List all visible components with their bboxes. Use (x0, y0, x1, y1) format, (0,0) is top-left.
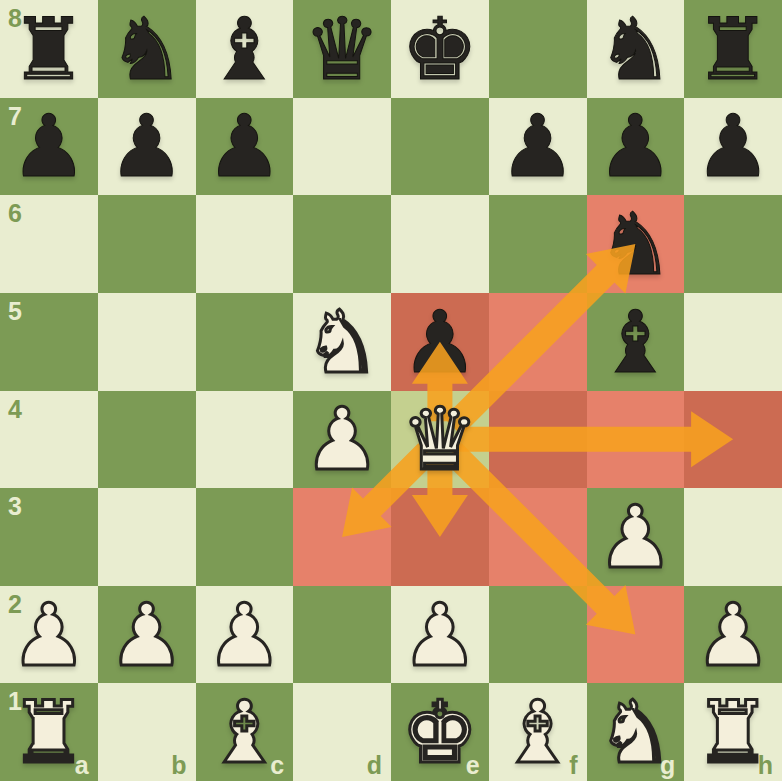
square-g1[interactable]: g♞ (587, 683, 685, 781)
square-g8[interactable]: ♞ (587, 0, 685, 98)
piece-white-bishop-f1[interactable]: ♝ (489, 683, 587, 781)
square-d1[interactable]: d (293, 683, 391, 781)
rank-label-5: 5 (8, 297, 22, 326)
square-a5[interactable]: 5 (0, 293, 98, 391)
piece-black-pawn-h7[interactable]: ♟ (684, 98, 782, 196)
square-e4[interactable]: ♛ (391, 391, 489, 489)
square-c1[interactable]: c♝ (196, 683, 294, 781)
piece-black-knight-g8[interactable]: ♞ (587, 0, 685, 98)
piece-white-bishop-c1[interactable]: ♝ (196, 683, 294, 781)
piece-white-pawn-g3[interactable]: ♟ (587, 488, 685, 586)
piece-black-knight-b8[interactable]: ♞ (98, 0, 196, 98)
piece-white-queen-e4[interactable]: ♛ (391, 391, 489, 489)
square-b6[interactable] (98, 195, 196, 293)
piece-white-pawn-b2[interactable]: ♟ (98, 586, 196, 684)
square-c8[interactable]: ♝ (196, 0, 294, 98)
square-a1[interactable]: 1a♜ (0, 683, 98, 781)
square-b4[interactable] (98, 391, 196, 489)
square-h4[interactable] (684, 391, 782, 489)
piece-black-rook-a8[interactable]: ♜ (0, 0, 98, 98)
file-label-d: d (367, 751, 382, 780)
square-h8[interactable]: ♜ (684, 0, 782, 98)
square-a3[interactable]: 3 (0, 488, 98, 586)
square-d4[interactable]: ♟ (293, 391, 391, 489)
piece-white-pawn-e2[interactable]: ♟ (391, 586, 489, 684)
square-d3[interactable] (293, 488, 391, 586)
square-a6[interactable]: 6 (0, 195, 98, 293)
square-b8[interactable]: ♞ (98, 0, 196, 98)
rank-label-6: 6 (8, 199, 22, 228)
square-h6[interactable] (684, 195, 782, 293)
piece-black-pawn-e5[interactable]: ♟ (391, 293, 489, 391)
piece-black-rook-h8[interactable]: ♜ (684, 0, 782, 98)
square-a4[interactable]: 4 (0, 391, 98, 489)
rank-label-3: 3 (8, 492, 22, 521)
piece-white-pawn-h2[interactable]: ♟ (684, 586, 782, 684)
chessboard-container: 8♜♞♝♛♚♞♜7♟♟♟♟♟♟6♞5♞♟♝4♟♛3♟2♟♟♟♟♟1a♜bc♝de… (0, 0, 782, 781)
square-f8[interactable] (489, 0, 587, 98)
square-c5[interactable] (196, 293, 294, 391)
square-h1[interactable]: h♜ (684, 683, 782, 781)
square-f2[interactable] (489, 586, 587, 684)
square-c3[interactable] (196, 488, 294, 586)
piece-black-bishop-c8[interactable]: ♝ (196, 0, 294, 98)
square-c7[interactable]: ♟ (196, 98, 294, 196)
square-f7[interactable]: ♟ (489, 98, 587, 196)
square-b5[interactable] (98, 293, 196, 391)
square-h5[interactable] (684, 293, 782, 391)
square-g6[interactable]: ♞ (587, 195, 685, 293)
chess-board: 8♜♞♝♛♚♞♜7♟♟♟♟♟♟6♞5♞♟♝4♟♛3♟2♟♟♟♟♟1a♜bc♝de… (0, 0, 782, 781)
square-d6[interactable] (293, 195, 391, 293)
square-g5[interactable]: ♝ (587, 293, 685, 391)
square-c2[interactable]: ♟ (196, 586, 294, 684)
square-h7[interactable]: ♟ (684, 98, 782, 196)
piece-black-king-e8[interactable]: ♚ (391, 0, 489, 98)
square-d5[interactable]: ♞ (293, 293, 391, 391)
square-d7[interactable] (293, 98, 391, 196)
square-b3[interactable] (98, 488, 196, 586)
square-f3[interactable] (489, 488, 587, 586)
piece-black-pawn-a7[interactable]: ♟ (0, 98, 98, 196)
square-g3[interactable]: ♟ (587, 488, 685, 586)
piece-black-pawn-c7[interactable]: ♟ (196, 98, 294, 196)
square-d8[interactable]: ♛ (293, 0, 391, 98)
piece-black-pawn-g7[interactable]: ♟ (587, 98, 685, 196)
square-a8[interactable]: 8♜ (0, 0, 98, 98)
square-e1[interactable]: e♚ (391, 683, 489, 781)
square-g4[interactable] (587, 391, 685, 489)
piece-white-pawn-c2[interactable]: ♟ (196, 586, 294, 684)
square-e2[interactable]: ♟ (391, 586, 489, 684)
square-b7[interactable]: ♟ (98, 98, 196, 196)
square-b1[interactable]: b (98, 683, 196, 781)
square-h2[interactable]: ♟ (684, 586, 782, 684)
square-f5[interactable] (489, 293, 587, 391)
square-e8[interactable]: ♚ (391, 0, 489, 98)
square-h3[interactable] (684, 488, 782, 586)
piece-white-knight-g1[interactable]: ♞ (587, 683, 685, 781)
square-a2[interactable]: 2♟ (0, 586, 98, 684)
piece-black-bishop-g5[interactable]: ♝ (587, 293, 685, 391)
square-d2[interactable] (293, 586, 391, 684)
square-g7[interactable]: ♟ (587, 98, 685, 196)
square-e5[interactable]: ♟ (391, 293, 489, 391)
piece-white-rook-a1[interactable]: ♜ (0, 683, 98, 781)
file-label-b: b (171, 751, 186, 780)
square-c6[interactable] (196, 195, 294, 293)
piece-white-knight-d5[interactable]: ♞ (293, 293, 391, 391)
square-e3[interactable] (391, 488, 489, 586)
square-a7[interactable]: 7♟ (0, 98, 98, 196)
piece-white-pawn-a2[interactable]: ♟ (0, 586, 98, 684)
square-f6[interactable] (489, 195, 587, 293)
piece-white-king-e1[interactable]: ♚ (391, 683, 489, 781)
piece-black-pawn-f7[interactable]: ♟ (489, 98, 587, 196)
square-f4[interactable] (489, 391, 587, 489)
square-e6[interactable] (391, 195, 489, 293)
square-f1[interactable]: f♝ (489, 683, 587, 781)
piece-black-knight-g6[interactable]: ♞ (587, 195, 685, 293)
piece-white-pawn-d4[interactable]: ♟ (293, 391, 391, 489)
square-g2[interactable] (587, 586, 685, 684)
square-e7[interactable] (391, 98, 489, 196)
rank-label-4: 4 (8, 395, 22, 424)
piece-black-queen-d8[interactable]: ♛ (293, 0, 391, 98)
square-b2[interactable]: ♟ (98, 586, 196, 684)
piece-black-pawn-b7[interactable]: ♟ (98, 98, 196, 196)
piece-white-rook-h1[interactable]: ♜ (684, 683, 782, 781)
square-c4[interactable] (196, 391, 294, 489)
